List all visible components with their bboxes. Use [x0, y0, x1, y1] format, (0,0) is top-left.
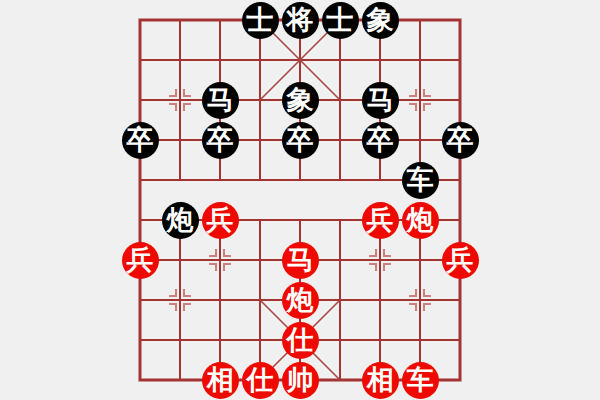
piece-red-chariot[interactable]: 车 [402, 362, 439, 399]
piece-black-soldier[interactable]: 卒 [202, 122, 239, 159]
piece-black-elephant[interactable]: 象 [362, 2, 399, 39]
piece-black-advisor[interactable]: 士 [322, 2, 359, 39]
piece-red-cannon[interactable]: 炮 [402, 202, 439, 239]
piece-red-elephant[interactable]: 相 [362, 362, 399, 399]
piece-red-horse[interactable]: 马 [282, 242, 319, 279]
piece-black-cannon[interactable]: 炮 [162, 202, 199, 239]
piece-black-advisor[interactable]: 士 [242, 2, 279, 39]
piece-black-elephant[interactable]: 象 [282, 82, 319, 119]
piece-black-soldier[interactable]: 卒 [442, 122, 479, 159]
piece-black-soldier[interactable]: 卒 [122, 122, 159, 159]
piece-black-chariot[interactable]: 车 [402, 162, 439, 199]
piece-red-soldier[interactable]: 兵 [442, 242, 479, 279]
piece-red-elephant[interactable]: 相 [202, 362, 239, 399]
xiangqi-board-screenshot: 士将士象马象马卒卒卒卒卒车炮兵兵炮兵马兵炮仕相仕帅相车 [0, 0, 600, 400]
piece-black-general[interactable]: 将 [282, 2, 319, 39]
piece-black-soldier[interactable]: 卒 [362, 122, 399, 159]
piece-red-soldier[interactable]: 兵 [122, 242, 159, 279]
piece-red-soldier[interactable]: 兵 [202, 202, 239, 239]
piece-red-general[interactable]: 帅 [282, 362, 319, 399]
piece-red-cannon[interactable]: 炮 [282, 282, 319, 319]
piece-red-advisor[interactable]: 仕 [282, 322, 319, 359]
piece-red-advisor[interactable]: 仕 [242, 362, 279, 399]
piece-black-horse[interactable]: 马 [202, 82, 239, 119]
piece-black-horse[interactable]: 马 [362, 82, 399, 119]
piece-red-soldier[interactable]: 兵 [362, 202, 399, 239]
piece-black-soldier[interactable]: 卒 [282, 122, 319, 159]
